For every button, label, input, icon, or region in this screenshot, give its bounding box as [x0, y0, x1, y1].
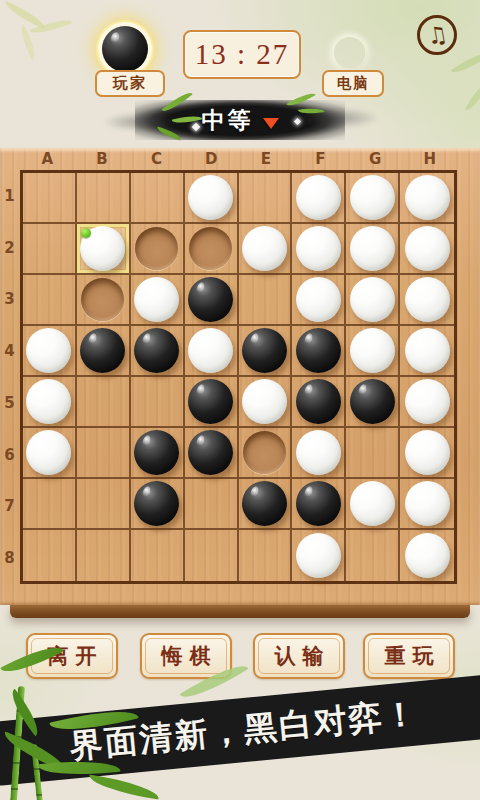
- cell-f3[interactable]: [292, 275, 346, 326]
- white-stone-f8: [296, 533, 341, 578]
- black-stone-f5: [296, 379, 341, 424]
- cell-b5[interactable]: [77, 377, 131, 428]
- white-stone-h5: [405, 379, 450, 424]
- black-stone-e7: [242, 481, 287, 526]
- hint-hole-c2: [135, 227, 178, 270]
- cell-g3[interactable]: [346, 275, 400, 326]
- col-label-d: D: [184, 151, 239, 168]
- black-stone-g5: [350, 379, 395, 424]
- white-stone-c3: [134, 277, 179, 322]
- black-stone-c4: [134, 328, 179, 373]
- computer-label: 电脑: [322, 70, 384, 97]
- sparkle-icon: [192, 123, 200, 131]
- row-labels: 12345678: [1, 170, 18, 584]
- cell-h7[interactable]: [400, 479, 454, 530]
- cell-e6[interactable]: [239, 428, 293, 479]
- player-stone-avatar: [102, 26, 148, 72]
- cell-b1[interactable]: [77, 173, 131, 224]
- bamboo-leaf: [87, 774, 160, 799]
- white-stone-h1: [405, 175, 450, 220]
- cell-d3[interactable]: [185, 275, 239, 326]
- cell-a8[interactable]: [23, 530, 77, 581]
- cell-g6[interactable]: [346, 428, 400, 479]
- cell-e2[interactable]: [239, 224, 293, 275]
- cell-e4[interactable]: [239, 326, 293, 377]
- cell-c2[interactable]: [131, 224, 185, 275]
- row-label-4: 4: [1, 325, 18, 377]
- white-stone-h2: [405, 226, 450, 271]
- board-edge: [10, 605, 470, 618]
- cell-c1[interactable]: [131, 173, 185, 224]
- white-stone-h8: [405, 533, 450, 578]
- white-stone-g7: [350, 481, 395, 526]
- white-stone-d4: [188, 328, 233, 373]
- white-stone-h7: [405, 481, 450, 526]
- cell-h6[interactable]: [400, 428, 454, 479]
- last-move-dot: [81, 228, 91, 238]
- board-grid: [20, 170, 457, 584]
- promo-banner-text: 界面清新，黑白对弈！: [68, 691, 421, 769]
- cell-g7[interactable]: [346, 479, 400, 530]
- cell-a4[interactable]: [23, 326, 77, 377]
- cell-b3[interactable]: [77, 275, 131, 326]
- computer-label-text: 电脑: [337, 75, 369, 93]
- col-label-f: F: [293, 151, 348, 168]
- cell-g5[interactable]: [346, 377, 400, 428]
- cell-h1[interactable]: [400, 173, 454, 224]
- row-label-6: 6: [1, 429, 18, 481]
- cell-h5[interactable]: [400, 377, 454, 428]
- white-stone-h4: [405, 328, 450, 373]
- cell-g2[interactable]: [346, 224, 400, 275]
- cell-h2[interactable]: [400, 224, 454, 275]
- cell-g1[interactable]: [346, 173, 400, 224]
- replay-button-label: 重玩: [378, 642, 441, 670]
- white-stone-f2: [296, 226, 341, 271]
- cell-d5[interactable]: [185, 377, 239, 428]
- cell-e5[interactable]: [239, 377, 293, 428]
- game-board: ABCDEFGH 12345678: [0, 148, 480, 618]
- black-stone-d3: [188, 277, 233, 322]
- cell-b4[interactable]: [77, 326, 131, 377]
- white-stone-a4: [26, 328, 71, 373]
- cell-d4[interactable]: [185, 326, 239, 377]
- cell-d6[interactable]: [185, 428, 239, 479]
- cell-f7[interactable]: [292, 479, 346, 530]
- difficulty-label: 中等: [202, 105, 254, 136]
- cell-f6[interactable]: [292, 428, 346, 479]
- row-label-1: 1: [1, 170, 18, 222]
- cell-f5[interactable]: [292, 377, 346, 428]
- cell-a7[interactable]: [23, 479, 77, 530]
- cell-f8[interactable]: [292, 530, 346, 581]
- white-stone-g1: [350, 175, 395, 220]
- resign-button-label: 认输: [268, 642, 331, 670]
- black-stone-f7: [296, 481, 341, 526]
- computer-stone-avatar: [334, 37, 365, 68]
- undo-button-label: 悔棋: [155, 642, 218, 670]
- black-stone-c7: [134, 481, 179, 526]
- white-stone-e2: [242, 226, 287, 271]
- white-stone-f3: [296, 277, 341, 322]
- black-stone-c6: [134, 430, 179, 475]
- col-label-b: B: [75, 151, 130, 168]
- cell-a2[interactable]: [23, 224, 77, 275]
- cell-e1[interactable]: [239, 173, 293, 224]
- cell-f4[interactable]: [292, 326, 346, 377]
- bamboo-leaf: [465, 79, 480, 113]
- col-labels: ABCDEFGH: [20, 151, 457, 168]
- white-stone-g2: [350, 226, 395, 271]
- app-screen: 玩家 13 : 27 电脑 ♫ 中等 ABCDEFGH 12345678 离开 …: [0, 0, 480, 800]
- cell-h8[interactable]: [400, 530, 454, 581]
- cell-c8[interactable]: [131, 530, 185, 581]
- black-stone-b4: [80, 328, 125, 373]
- cell-d7[interactable]: [185, 479, 239, 530]
- col-label-a: A: [20, 151, 75, 168]
- cell-e7[interactable]: [239, 479, 293, 530]
- col-label-h: H: [402, 151, 457, 168]
- cell-e8[interactable]: [239, 530, 293, 581]
- cell-b7[interactable]: [77, 479, 131, 530]
- cell-h3[interactable]: [400, 275, 454, 326]
- cell-g4[interactable]: [346, 326, 400, 377]
- row-label-2: 2: [1, 222, 18, 274]
- white-stone-f6: [296, 430, 341, 475]
- replay-button[interactable]: 重玩: [363, 633, 455, 679]
- cell-d8[interactable]: [185, 530, 239, 581]
- cell-a6[interactable]: [23, 428, 77, 479]
- player-label: 玩家: [95, 70, 165, 97]
- black-stone-f4: [296, 328, 341, 373]
- cell-c6[interactable]: [131, 428, 185, 479]
- sparkle-icon: [294, 118, 301, 125]
- player-label-text: 玩家: [113, 74, 147, 93]
- white-stone-a6: [26, 430, 71, 475]
- white-stone-f1: [296, 175, 341, 220]
- row-label-5: 5: [1, 377, 18, 429]
- cell-g8[interactable]: [346, 530, 400, 581]
- cell-e3[interactable]: [239, 275, 293, 326]
- cell-a1[interactable]: [23, 173, 77, 224]
- cell-b8[interactable]: [77, 530, 131, 581]
- bamboo-leaf: [451, 47, 480, 78]
- row-label-3: 3: [1, 274, 18, 326]
- hint-hole-e6: [243, 431, 286, 474]
- white-stone-e5: [242, 379, 287, 424]
- col-label-g: G: [348, 151, 403, 168]
- cell-f2[interactable]: [292, 224, 346, 275]
- black-stone-e4: [242, 328, 287, 373]
- white-stone-d1: [188, 175, 233, 220]
- cell-d1[interactable]: [185, 173, 239, 224]
- resign-button[interactable]: 认输: [253, 633, 345, 679]
- cell-c5[interactable]: [131, 377, 185, 428]
- white-stone-h6: [405, 430, 450, 475]
- col-label-c: C: [129, 151, 184, 168]
- cell-f1[interactable]: [292, 173, 346, 224]
- black-stone-d6: [188, 430, 233, 475]
- hint-hole-d2: [189, 227, 232, 270]
- cell-h4[interactable]: [400, 326, 454, 377]
- cell-b2[interactable]: [77, 224, 131, 275]
- white-stone-a5: [26, 379, 71, 424]
- black-stone-d5: [188, 379, 233, 424]
- cell-c3[interactable]: [131, 275, 185, 326]
- cell-b6[interactable]: [77, 428, 131, 479]
- timer-text: 13 : 27: [195, 38, 290, 71]
- white-stone-g3: [350, 277, 395, 322]
- cell-a5[interactable]: [23, 377, 77, 428]
- cell-c4[interactable]: [131, 326, 185, 377]
- music-button[interactable]: ♫: [417, 15, 457, 55]
- col-label-e: E: [239, 151, 294, 168]
- row-label-7: 7: [1, 481, 18, 533]
- row-label-8: 8: [1, 532, 18, 584]
- music-note-icon: ♫: [425, 22, 449, 48]
- dropdown-triangle-icon: [263, 118, 279, 129]
- white-stone-g4: [350, 328, 395, 373]
- cell-c7[interactable]: [131, 479, 185, 530]
- cell-a3[interactable]: [23, 275, 77, 326]
- game-timer: 13 : 27: [183, 30, 301, 79]
- hint-hole-b3: [81, 278, 124, 321]
- white-stone-h3: [405, 277, 450, 322]
- cell-d2[interactable]: [185, 224, 239, 275]
